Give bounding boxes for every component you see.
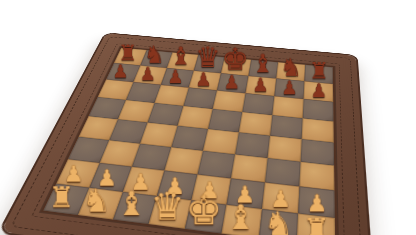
- square-f5: [239, 112, 272, 136]
- square-h1: ♜: [297, 214, 335, 235]
- square-g7: ♟: [274, 79, 304, 100]
- square-b3: [100, 140, 140, 167]
- piece-white-knight: ♞: [82, 185, 110, 217]
- piece-black-pawn: ♟: [252, 76, 269, 95]
- piece-black-pawn: ♟: [310, 81, 327, 100]
- piece-black-pawn: ♟: [195, 70, 212, 88]
- leather-roll-up-mat: ♜♞♝♛♚♝♞♜♟♟♟♟♟♟♟♟♟♟♟♟♟♟♟♟♜♞♝♛♚♝♞♜: [0, 34, 371, 235]
- piece-black-pawn: ♟: [223, 73, 240, 92]
- piece-white-rook: ♜: [48, 183, 74, 212]
- square-c5: [148, 103, 184, 126]
- square-h7: ♟: [304, 81, 334, 102]
- piece-black-pawn: ♟: [139, 65, 155, 83]
- square-g1: ♞: [259, 209, 298, 235]
- square-d5: [178, 106, 213, 129]
- square-f4: [235, 133, 270, 159]
- piece-black-pawn: ♟: [112, 62, 128, 80]
- piece-white-knight: ♞: [263, 207, 292, 235]
- square-h4: [301, 139, 334, 165]
- chess-board: ♜♞♝♛♚♝♞♜♟♟♟♟♟♟♟♟♟♟♟♟♟♟♟♟♜♞♝♛♚♝♞♜: [43, 48, 335, 235]
- piece-white-king: ♚: [185, 190, 222, 231]
- piece-white-bishop: ♝: [225, 201, 255, 235]
- piece-black-pawn: ♟: [281, 78, 298, 97]
- square-f3: [231, 155, 268, 183]
- piece-black-king: ♚: [221, 44, 248, 74]
- square-f1: ♝: [222, 205, 263, 235]
- square-e1: ♚: [185, 201, 227, 234]
- square-b6: [126, 82, 161, 103]
- square-f6: [242, 94, 274, 116]
- square-h6: [303, 99, 334, 121]
- piece-white-queen: ♛: [150, 188, 184, 226]
- square-h5: [302, 119, 334, 143]
- square-a6: [98, 80, 134, 101]
- square-d4: [171, 126, 208, 151]
- square-a4: [79, 116, 118, 140]
- piece-black-pawn: ♟: [167, 68, 183, 86]
- chess-photo-scene: ♜♞♝♛♚♝♞♜♟♟♟♟♟♟♟♟♟♟♟♟♟♟♟♟♜♞♝♛♚♝♞♜: [0, 0, 416, 235]
- piece-white-bishop: ♝: [116, 188, 146, 221]
- piece-white-rook: ♜: [302, 214, 330, 235]
- square-e5: [208, 109, 242, 132]
- square-g4: [268, 136, 302, 162]
- square-e7: ♟: [217, 73, 248, 93]
- square-g5: [270, 115, 303, 139]
- square-b7: ♟: [133, 66, 166, 85]
